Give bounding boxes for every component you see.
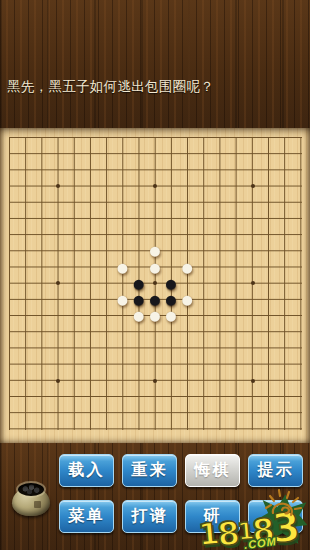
board-cell[interactable]	[50, 323, 66, 339]
board-cell[interactable]	[50, 340, 66, 356]
board-cell[interactable]: ●	[163, 275, 179, 291]
board-cell[interactable]	[1, 194, 17, 210]
board-cell[interactable]	[163, 145, 179, 161]
board-cell[interactable]	[292, 259, 308, 275]
board-cell[interactable]	[244, 242, 260, 258]
board-cell[interactable]	[131, 340, 147, 356]
board-cell[interactable]	[195, 307, 211, 323]
board-cell[interactable]	[292, 291, 308, 307]
board-cell[interactable]	[228, 161, 244, 177]
board-cell[interactable]	[212, 372, 228, 388]
board-cell[interactable]	[228, 242, 244, 258]
board-cell[interactable]	[212, 404, 228, 420]
board-cell[interactable]	[228, 194, 244, 210]
board-cell[interactable]	[98, 404, 114, 420]
board-cell[interactable]	[1, 275, 17, 291]
board-cell[interactable]	[66, 242, 82, 258]
board-cell[interactable]	[292, 178, 308, 194]
board-cell[interactable]	[17, 242, 33, 258]
board-cell[interactable]	[292, 356, 308, 372]
board-cell[interactable]	[244, 145, 260, 161]
board-cell[interactable]	[114, 178, 130, 194]
board-cell[interactable]	[163, 259, 179, 275]
board-cell[interactable]	[276, 420, 292, 436]
重来-button[interactable]: 重来	[122, 454, 177, 487]
board-cell[interactable]	[98, 356, 114, 372]
board-cell[interactable]	[195, 194, 211, 210]
board-cell[interactable]	[66, 323, 82, 339]
board-cell[interactable]	[276, 275, 292, 291]
board-cell[interactable]	[228, 420, 244, 436]
board-cell[interactable]	[50, 291, 66, 307]
board-cell[interactable]	[195, 275, 211, 291]
board-cell[interactable]	[50, 420, 66, 436]
board-cell[interactable]	[212, 420, 228, 436]
board-cell[interactable]: ●	[131, 291, 147, 307]
board-cell[interactable]	[50, 388, 66, 404]
board-cell[interactable]	[228, 307, 244, 323]
board-cell[interactable]	[244, 275, 260, 291]
board-cell[interactable]	[114, 210, 130, 226]
board-cell[interactable]	[66, 161, 82, 177]
board-cell[interactable]	[66, 291, 82, 307]
board-cell[interactable]	[1, 291, 17, 307]
board-cell[interactable]	[1, 420, 17, 436]
board-cell[interactable]	[66, 129, 82, 145]
board-cell[interactable]	[66, 275, 82, 291]
board-cell[interactable]	[1, 259, 17, 275]
board-cell[interactable]	[179, 129, 195, 145]
board-cell[interactable]	[228, 388, 244, 404]
board-cell[interactable]	[114, 372, 130, 388]
board-cell[interactable]	[114, 420, 130, 436]
board-cell[interactable]	[66, 388, 82, 404]
board-cell[interactable]	[17, 129, 33, 145]
board-cell[interactable]	[98, 340, 114, 356]
board-cell[interactable]	[228, 404, 244, 420]
board-cell[interactable]	[163, 129, 179, 145]
board-cell[interactable]	[228, 210, 244, 226]
board-cell[interactable]	[260, 145, 276, 161]
board-cell[interactable]	[114, 242, 130, 258]
board-cell[interactable]	[114, 226, 130, 242]
board-cell[interactable]	[212, 307, 228, 323]
board-cell[interactable]	[33, 226, 49, 242]
board-cell[interactable]	[163, 340, 179, 356]
board-cell[interactable]	[292, 388, 308, 404]
board-cell[interactable]	[1, 404, 17, 420]
board-cell[interactable]	[292, 307, 308, 323]
board-cell[interactable]	[50, 404, 66, 420]
board-cell[interactable]	[82, 388, 98, 404]
board-cell[interactable]	[82, 259, 98, 275]
board-cell[interactable]	[98, 291, 114, 307]
board-cell[interactable]	[179, 404, 195, 420]
board-cell[interactable]	[260, 291, 276, 307]
board-cell[interactable]	[276, 161, 292, 177]
board-cell[interactable]	[66, 226, 82, 242]
board-cell[interactable]	[82, 242, 98, 258]
board-cell[interactable]	[50, 194, 66, 210]
board-cell[interactable]	[228, 178, 244, 194]
board-cell[interactable]	[212, 340, 228, 356]
board-cell[interactable]	[131, 323, 147, 339]
board-cell[interactable]	[33, 307, 49, 323]
board-cell[interactable]	[163, 356, 179, 372]
board-cell[interactable]	[82, 226, 98, 242]
board-cell[interactable]	[212, 323, 228, 339]
board-cell[interactable]	[212, 194, 228, 210]
board-cell[interactable]	[82, 372, 98, 388]
board-cell[interactable]	[50, 145, 66, 161]
board-cell[interactable]	[163, 226, 179, 242]
board-cell[interactable]	[66, 178, 82, 194]
board-cell[interactable]	[50, 210, 66, 226]
board-cell[interactable]	[1, 145, 17, 161]
board-cell[interactable]	[114, 388, 130, 404]
board-cell[interactable]	[82, 129, 98, 145]
board-cell[interactable]	[179, 420, 195, 436]
board-cell[interactable]	[244, 161, 260, 177]
board-cell[interactable]	[17, 145, 33, 161]
board-cell[interactable]	[260, 194, 276, 210]
board-cell[interactable]	[260, 210, 276, 226]
悔棋-button[interactable]: 悔棋	[185, 454, 240, 487]
board-cell[interactable]	[33, 210, 49, 226]
board-cell[interactable]	[195, 323, 211, 339]
board-cell[interactable]	[66, 145, 82, 161]
board-cell[interactable]	[228, 226, 244, 242]
board-cell[interactable]	[131, 226, 147, 242]
board-cell[interactable]	[82, 161, 98, 177]
board-cell[interactable]	[33, 356, 49, 372]
board-cell[interactable]	[114, 129, 130, 145]
board-cell[interactable]	[244, 340, 260, 356]
board-cell[interactable]	[131, 194, 147, 210]
board-cell[interactable]	[276, 356, 292, 372]
board-cell[interactable]	[244, 194, 260, 210]
board-cell[interactable]	[17, 194, 33, 210]
board-cell[interactable]	[163, 420, 179, 436]
board-cell[interactable]	[244, 388, 260, 404]
board-cell[interactable]	[276, 242, 292, 258]
board-cell[interactable]	[98, 388, 114, 404]
board-cell[interactable]	[212, 291, 228, 307]
board-cell[interactable]	[163, 372, 179, 388]
board-cell[interactable]	[244, 356, 260, 372]
board-cell[interactable]	[212, 178, 228, 194]
board-cell[interactable]	[195, 161, 211, 177]
board-cell[interactable]	[228, 275, 244, 291]
board-cell[interactable]	[163, 194, 179, 210]
board-cell[interactable]	[17, 323, 33, 339]
board-cell[interactable]	[98, 323, 114, 339]
board-cell[interactable]	[33, 194, 49, 210]
board-cell[interactable]	[82, 420, 98, 436]
board-cell[interactable]	[147, 210, 163, 226]
board-cell[interactable]	[82, 291, 98, 307]
board-cell[interactable]	[195, 372, 211, 388]
board-cell[interactable]	[33, 242, 49, 258]
board-cell[interactable]	[17, 275, 33, 291]
board-cell[interactable]	[292, 372, 308, 388]
board-cell[interactable]	[98, 226, 114, 242]
board-cell[interactable]	[260, 356, 276, 372]
board-cell[interactable]	[292, 194, 308, 210]
board-cell[interactable]	[98, 129, 114, 145]
board-cell[interactable]	[212, 210, 228, 226]
board-cell[interactable]	[244, 420, 260, 436]
board-cell[interactable]	[66, 340, 82, 356]
board-cell[interactable]	[33, 259, 49, 275]
board-cell[interactable]: ●	[147, 291, 163, 307]
board-cell[interactable]	[163, 210, 179, 226]
board-cell[interactable]	[147, 404, 163, 420]
board-cell[interactable]	[33, 129, 49, 145]
board-cell[interactable]	[17, 404, 33, 420]
board-cell[interactable]	[17, 226, 33, 242]
board-cell[interactable]	[228, 372, 244, 388]
board-cell[interactable]	[114, 194, 130, 210]
board-cell[interactable]	[66, 194, 82, 210]
board-cell[interactable]	[179, 275, 195, 291]
board-cell[interactable]: ●	[147, 259, 163, 275]
board-cell[interactable]	[260, 388, 276, 404]
board-cell[interactable]	[17, 259, 33, 275]
board-cell[interactable]	[17, 372, 33, 388]
board-cell[interactable]	[114, 340, 130, 356]
board-cell[interactable]	[147, 129, 163, 145]
board-cell[interactable]	[212, 161, 228, 177]
board-cell[interactable]	[33, 178, 49, 194]
board-cell[interactable]	[212, 226, 228, 242]
board-cell[interactable]	[276, 129, 292, 145]
board-cell[interactable]	[1, 388, 17, 404]
board-cell[interactable]	[212, 242, 228, 258]
board-cell[interactable]	[131, 178, 147, 194]
board-cell[interactable]	[179, 178, 195, 194]
board-cell[interactable]	[98, 194, 114, 210]
board-cell[interactable]	[179, 194, 195, 210]
board-cell[interactable]	[276, 178, 292, 194]
board-cell[interactable]	[244, 226, 260, 242]
board-cell[interactable]: ●	[163, 307, 179, 323]
board-cell[interactable]	[147, 145, 163, 161]
board-cell[interactable]	[163, 404, 179, 420]
board-cell[interactable]	[66, 372, 82, 388]
board-cell[interactable]	[228, 356, 244, 372]
board-cell[interactable]	[131, 356, 147, 372]
board-cell[interactable]	[244, 129, 260, 145]
board-cell[interactable]	[163, 242, 179, 258]
board-cell[interactable]	[98, 161, 114, 177]
board-cell[interactable]	[260, 129, 276, 145]
board-cell[interactable]	[50, 356, 66, 372]
board-cell[interactable]	[292, 161, 308, 177]
board-cell[interactable]	[163, 178, 179, 194]
board-cell[interactable]	[131, 242, 147, 258]
board-cell[interactable]	[50, 226, 66, 242]
board-cell[interactable]	[244, 291, 260, 307]
board-cell[interactable]	[131, 210, 147, 226]
board-cell[interactable]	[98, 210, 114, 226]
board-cell[interactable]	[82, 340, 98, 356]
board-cell[interactable]	[260, 242, 276, 258]
board-cell[interactable]: ●	[179, 291, 195, 307]
board-cell[interactable]	[82, 404, 98, 420]
board-cell[interactable]	[147, 275, 163, 291]
board-cell[interactable]	[50, 275, 66, 291]
board-cell[interactable]	[98, 259, 114, 275]
board-cell[interactable]	[212, 356, 228, 372]
board-cell[interactable]	[179, 388, 195, 404]
board-cell[interactable]	[292, 226, 308, 242]
board-cell[interactable]	[195, 356, 211, 372]
board-cell[interactable]	[50, 259, 66, 275]
board-cell[interactable]	[131, 129, 147, 145]
board-cell[interactable]	[98, 372, 114, 388]
board-cell[interactable]	[114, 404, 130, 420]
board-cell[interactable]	[147, 226, 163, 242]
board-cell[interactable]	[276, 388, 292, 404]
board-cell[interactable]	[82, 194, 98, 210]
board-cell[interactable]	[147, 420, 163, 436]
board-cell[interactable]	[212, 275, 228, 291]
board-cell[interactable]	[179, 323, 195, 339]
board-cell[interactable]	[17, 420, 33, 436]
board-cell[interactable]: ●	[131, 307, 147, 323]
board-cell[interactable]	[33, 291, 49, 307]
board-cell[interactable]	[292, 145, 308, 161]
board-cell[interactable]	[1, 323, 17, 339]
board-cell[interactable]	[1, 307, 17, 323]
board-cell[interactable]	[195, 210, 211, 226]
board-cell[interactable]	[195, 404, 211, 420]
board-cell[interactable]	[1, 226, 17, 242]
board-cell[interactable]	[228, 291, 244, 307]
board-cell[interactable]	[260, 275, 276, 291]
board-cell[interactable]	[33, 388, 49, 404]
board-cell[interactable]	[292, 242, 308, 258]
board-cell[interactable]	[147, 178, 163, 194]
board-cell[interactable]	[244, 323, 260, 339]
board-cell[interactable]	[228, 323, 244, 339]
board-cell[interactable]	[33, 275, 49, 291]
board-cell[interactable]	[131, 372, 147, 388]
board-cell[interactable]	[260, 420, 276, 436]
board-cell[interactable]	[131, 145, 147, 161]
board-cell[interactable]	[1, 356, 17, 372]
board-cell[interactable]	[147, 340, 163, 356]
board-cell[interactable]	[228, 145, 244, 161]
board-cell[interactable]	[179, 161, 195, 177]
board-cell[interactable]	[260, 178, 276, 194]
board-cell[interactable]	[17, 178, 33, 194]
board-cell[interactable]	[114, 323, 130, 339]
board-cell[interactable]	[228, 129, 244, 145]
board-cell[interactable]	[179, 307, 195, 323]
board-cell[interactable]	[276, 404, 292, 420]
board-cell[interactable]	[1, 340, 17, 356]
board-cell[interactable]	[114, 356, 130, 372]
board-cell[interactable]	[276, 145, 292, 161]
board-cell[interactable]: ●	[114, 291, 130, 307]
board-cell[interactable]	[244, 210, 260, 226]
board-cell[interactable]	[147, 372, 163, 388]
board-cell[interactable]	[98, 145, 114, 161]
board-cell[interactable]	[114, 307, 130, 323]
board-cell[interactable]	[179, 340, 195, 356]
board-cell[interactable]	[195, 242, 211, 258]
board-cell[interactable]	[82, 178, 98, 194]
board-cell[interactable]	[276, 291, 292, 307]
board-cell[interactable]	[66, 356, 82, 372]
board-cell[interactable]	[179, 226, 195, 242]
board-cell[interactable]	[33, 145, 49, 161]
board-cell[interactable]: ●	[131, 275, 147, 291]
board-cell[interactable]	[1, 129, 17, 145]
board-cell[interactable]	[244, 372, 260, 388]
board-cell[interactable]	[82, 323, 98, 339]
board-cell[interactable]	[50, 307, 66, 323]
board-cell[interactable]	[260, 259, 276, 275]
board-cell[interactable]	[114, 145, 130, 161]
board-cell[interactable]	[163, 161, 179, 177]
board-cell[interactable]	[98, 307, 114, 323]
board-cell[interactable]	[50, 161, 66, 177]
board-cell[interactable]	[228, 340, 244, 356]
board-cell[interactable]	[244, 307, 260, 323]
board-cell[interactable]: ●	[114, 259, 130, 275]
board-cell[interactable]	[131, 259, 147, 275]
board-cell[interactable]	[292, 129, 308, 145]
board-cell[interactable]	[50, 372, 66, 388]
board-cell[interactable]	[33, 404, 49, 420]
board-cell[interactable]	[195, 226, 211, 242]
board-cell[interactable]	[1, 372, 17, 388]
board-cell[interactable]	[276, 307, 292, 323]
board-cell[interactable]	[1, 161, 17, 177]
board-cell[interactable]	[212, 259, 228, 275]
board-cell[interactable]	[82, 356, 98, 372]
board-cell[interactable]	[276, 194, 292, 210]
board-cell[interactable]	[17, 291, 33, 307]
board-cell[interactable]: ●	[179, 259, 195, 275]
board-cell[interactable]	[66, 307, 82, 323]
board-cell[interactable]	[179, 356, 195, 372]
board-cell[interactable]	[131, 161, 147, 177]
board-cell[interactable]: ●	[147, 307, 163, 323]
打谱-button[interactable]: 打谱	[122, 500, 177, 533]
board-cell[interactable]	[82, 145, 98, 161]
board-cell[interactable]	[292, 275, 308, 291]
board-cell[interactable]	[276, 210, 292, 226]
board-cell[interactable]	[195, 259, 211, 275]
board-cell[interactable]	[114, 275, 130, 291]
board-cell[interactable]	[260, 307, 276, 323]
board-cell[interactable]	[1, 178, 17, 194]
board-cell[interactable]	[260, 372, 276, 388]
board-cell[interactable]	[276, 226, 292, 242]
board-cell[interactable]	[33, 420, 49, 436]
提示-button[interactable]: 提示	[248, 454, 303, 487]
board-cell[interactable]	[292, 340, 308, 356]
board-cell[interactable]	[98, 242, 114, 258]
board-cell[interactable]	[114, 161, 130, 177]
board-cell[interactable]	[195, 145, 211, 161]
board-cell[interactable]	[17, 307, 33, 323]
board-cell[interactable]: ●	[147, 242, 163, 258]
